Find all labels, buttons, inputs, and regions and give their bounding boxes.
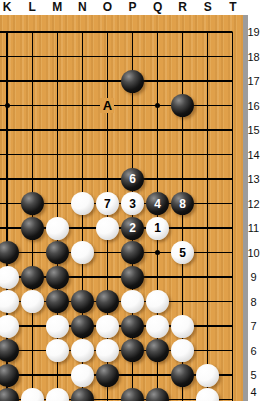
row-label-11: 11 [247, 222, 260, 234]
board-cell-l10[interactable] [20, 240, 45, 265]
row-label-13: 13 [247, 173, 260, 185]
row-label-6: 6 [247, 345, 260, 357]
board-cell-q13[interactable] [145, 167, 170, 192]
stone-r7 [171, 315, 194, 338]
board-cell-r18[interactable] [170, 44, 195, 69]
board-cell-s19[interactable] [195, 20, 220, 45]
board-cell-n18[interactable] [70, 44, 95, 69]
stone-k9 [0, 266, 19, 289]
board-cell-q17[interactable] [145, 69, 170, 94]
stone-p10 [121, 241, 144, 264]
board-cell-t4[interactable] [220, 387, 243, 401]
row-label-18: 18 [247, 51, 260, 63]
board-cell-o9[interactable] [95, 265, 120, 290]
stone-n10 [71, 241, 94, 264]
board-cell-m12[interactable] [45, 191, 70, 216]
board-cell-q5[interactable] [145, 363, 170, 388]
stone-o7 [96, 315, 119, 338]
column-label-m: M [52, 0, 62, 14]
stone-p8 [121, 290, 144, 313]
row-label-19: 19 [247, 26, 260, 38]
board-cell-q19[interactable] [145, 20, 170, 45]
stone-o8 [96, 290, 119, 313]
row-label-4: 4 [247, 386, 260, 398]
board-cell-l18[interactable] [20, 44, 45, 69]
board-cell-l19[interactable] [20, 20, 45, 45]
row-label-17: 17 [247, 75, 260, 87]
board-cell-t6[interactable] [220, 338, 243, 363]
row-label-15: 15 [247, 124, 260, 136]
column-label-s: S [204, 0, 212, 14]
row-label-8: 8 [247, 296, 260, 308]
board-cell-o19[interactable] [95, 20, 120, 45]
board-cell-n15[interactable] [70, 118, 95, 143]
stone-r5 [171, 364, 194, 387]
move-6-stone-p13: 6 [121, 168, 144, 191]
board-cell-l13[interactable] [20, 167, 45, 192]
board-cell-k18[interactable] [0, 44, 20, 69]
board-cell-n17[interactable] [70, 69, 95, 94]
stone-m8 [46, 290, 69, 313]
board-cell-r4[interactable] [170, 387, 195, 401]
board-cell-k19[interactable] [0, 20, 20, 45]
stone-n6 [71, 339, 94, 362]
board-cell-p19[interactable] [120, 20, 145, 45]
stone-l11 [21, 217, 44, 240]
row-labels: 19181716151413121110987654 [247, 0, 260, 401]
board-cell-k15[interactable] [0, 118, 20, 143]
move-8-stone-r12: 8 [171, 192, 194, 215]
board-cell-n13[interactable] [70, 167, 95, 192]
board-cell-m19[interactable] [45, 20, 70, 45]
board-cell-s16[interactable] [195, 93, 220, 118]
stone-m9 [46, 266, 69, 289]
board-cell-m18[interactable] [45, 44, 70, 69]
board-cell-s12[interactable] [195, 191, 220, 216]
board-cell-m14[interactable] [45, 142, 70, 167]
board-cell-m16[interactable] [45, 93, 70, 118]
board-cell-t15[interactable] [220, 118, 243, 143]
stone-q6 [146, 339, 169, 362]
board-cell-s13[interactable] [195, 167, 220, 192]
stone-o5 [96, 364, 119, 387]
stone-p9 [121, 266, 144, 289]
stone-n7 [71, 315, 94, 338]
annotation-a: A [100, 98, 114, 113]
board-cell-s10[interactable] [195, 240, 220, 265]
board-cell-l7[interactable] [20, 314, 45, 339]
stone-m7 [46, 315, 69, 338]
stone-n8 [71, 290, 94, 313]
board-cell-t10[interactable] [220, 240, 243, 265]
board-cell-k11[interactable] [0, 216, 20, 241]
row-label-5: 5 [247, 369, 260, 381]
board-cell-m15[interactable] [45, 118, 70, 143]
stone-s5 [196, 364, 219, 387]
board-cell-p5[interactable] [120, 363, 145, 388]
board-cell-t12[interactable] [220, 191, 243, 216]
stone-k7 [0, 315, 19, 338]
board-cell-l14[interactable] [20, 142, 45, 167]
board-cell-k16[interactable] [0, 93, 20, 118]
board-cell-s6[interactable] [195, 338, 220, 363]
board-cell-r13[interactable] [170, 167, 195, 192]
board-cell-l15[interactable] [20, 118, 45, 143]
board-cell-r15[interactable] [170, 118, 195, 143]
stone-l4 [21, 388, 44, 401]
stone-p6 [121, 339, 144, 362]
stone-q7 [146, 315, 169, 338]
go-diagram: KLMNOPQRST 67348215A 1918171615141312111… [0, 0, 260, 401]
row-label-16: 16 [247, 100, 260, 112]
board-cell-k17[interactable] [0, 69, 20, 94]
stone-o6 [96, 339, 119, 362]
board-cell-t17[interactable] [220, 69, 243, 94]
row-label-12: 12 [247, 198, 260, 210]
stone-q8 [146, 290, 169, 313]
stone-m10 [46, 241, 69, 264]
row-label-14: 14 [247, 149, 260, 161]
board-cell-r11[interactable] [170, 216, 195, 241]
board-cell-p16[interactable] [120, 93, 145, 118]
board-cell-o15[interactable] [95, 118, 120, 143]
stone-n5 [71, 364, 94, 387]
column-label-r: R [178, 0, 187, 14]
board-cell-l5[interactable] [20, 363, 45, 388]
board-cell-l17[interactable] [20, 69, 45, 94]
row-label-10: 10 [247, 247, 260, 259]
stone-r16 [171, 94, 194, 117]
board-cell-t8[interactable] [220, 289, 243, 314]
stone-l9 [21, 266, 44, 289]
board-grid: 67348215A [0, 20, 243, 401]
stone-k5 [0, 364, 19, 387]
board-cell-s15[interactable] [195, 118, 220, 143]
move-3-stone-p12: 3 [121, 192, 144, 215]
stone-r6 [171, 339, 194, 362]
board-cell-p18[interactable] [120, 44, 145, 69]
board-cell-q14[interactable] [145, 142, 170, 167]
move-7-stone-o12: 7 [96, 192, 119, 215]
board-cell-t7[interactable] [220, 314, 243, 339]
board-cell-q9[interactable] [145, 265, 170, 290]
board-cell-t14[interactable] [220, 142, 243, 167]
board-cell-k13[interactable] [0, 167, 20, 192]
stone-o11 [96, 217, 119, 240]
board-cell-s17[interactable] [195, 69, 220, 94]
column-label-q: Q [153, 0, 162, 14]
column-labels: KLMNOPQRST [0, 0, 260, 15]
board-cell-m5[interactable] [45, 363, 70, 388]
column-label-o: O [103, 0, 112, 14]
board-cell-t13[interactable] [220, 167, 243, 192]
stone-m6 [46, 339, 69, 362]
board-cell-t11[interactable] [220, 216, 243, 241]
board-cell-o13[interactable] [95, 167, 120, 192]
board-cell-r17[interactable] [170, 69, 195, 94]
board-cell-r9[interactable] [170, 265, 195, 290]
board-cell-s7[interactable] [195, 314, 220, 339]
board-cell-r14[interactable] [170, 142, 195, 167]
column-label-l: L [28, 0, 35, 14]
board-cell-q10[interactable] [145, 240, 170, 265]
board-cell-o14[interactable] [95, 142, 120, 167]
board-cell-q15[interactable] [145, 118, 170, 143]
board-cell-n9[interactable] [70, 265, 95, 290]
board-cell-o4[interactable] [95, 387, 120, 401]
board-cell-t19[interactable] [220, 20, 243, 45]
board-cell-p15[interactable] [120, 118, 145, 143]
stone-l12 [21, 192, 44, 215]
row-label-9: 9 [247, 271, 260, 283]
stone-p17 [121, 70, 144, 93]
move-1-stone-q11: 1 [146, 217, 169, 240]
board-cell-q16[interactable] [145, 93, 170, 118]
move-2-stone-p11: 2 [121, 217, 144, 240]
go-board[interactable]: 67348215A [0, 15, 243, 401]
board-cell-t9[interactable] [220, 265, 243, 290]
board-cell-k12[interactable] [0, 191, 20, 216]
board-cell-n11[interactable] [70, 216, 95, 241]
board-cell-t16[interactable] [220, 93, 243, 118]
board-cell-t18[interactable] [220, 44, 243, 69]
column-label-t: T [229, 0, 236, 14]
board-cell-n16[interactable] [70, 93, 95, 118]
column-label-p: P [128, 0, 136, 14]
board-cell-r8[interactable] [170, 289, 195, 314]
move-4-stone-q12: 4 [146, 192, 169, 215]
move-5-stone-r10: 5 [171, 241, 194, 264]
board-cell-m13[interactable] [45, 167, 70, 192]
board-cell-l16[interactable] [20, 93, 45, 118]
board-cell-s9[interactable] [195, 265, 220, 290]
board-cell-s18[interactable] [195, 44, 220, 69]
board-cell-s11[interactable] [195, 216, 220, 241]
board-cell-o17[interactable] [95, 69, 120, 94]
board-cell-t5[interactable] [220, 363, 243, 388]
board-cell-l6[interactable] [20, 338, 45, 363]
stone-m11 [46, 217, 69, 240]
board-cell-s8[interactable] [195, 289, 220, 314]
board-cell-p14[interactable] [120, 142, 145, 167]
board-cell-n19[interactable] [70, 20, 95, 45]
board-cell-o18[interactable] [95, 44, 120, 69]
board-cell-r19[interactable] [170, 20, 195, 45]
board-cell-n14[interactable] [70, 142, 95, 167]
board-cell-k14[interactable] [0, 142, 20, 167]
board-cell-s14[interactable] [195, 142, 220, 167]
column-label-k: K [3, 0, 12, 14]
row-label-7: 7 [247, 320, 260, 332]
stone-n12 [71, 192, 94, 215]
column-label-n: N [78, 0, 87, 14]
board-cell-q18[interactable] [145, 44, 170, 69]
stone-p7 [121, 315, 144, 338]
stone-l8 [21, 290, 44, 313]
board-cell-o10[interactable] [95, 240, 120, 265]
board-cell-m17[interactable] [45, 69, 70, 94]
